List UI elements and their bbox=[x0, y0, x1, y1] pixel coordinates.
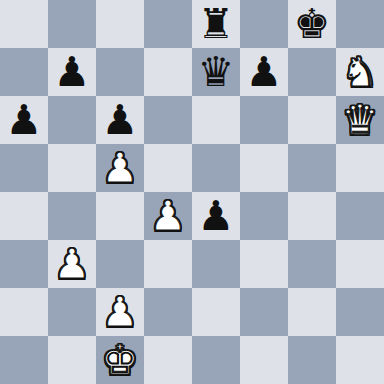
black-king[interactable]: ♚ bbox=[294, 0, 331, 48]
square-e5[interactable] bbox=[192, 144, 240, 192]
black-pawn[interactable]: ♟ bbox=[246, 48, 283, 96]
square-b1[interactable] bbox=[48, 336, 96, 384]
square-a5[interactable] bbox=[0, 144, 48, 192]
square-c7[interactable] bbox=[96, 48, 144, 96]
square-f3[interactable] bbox=[240, 240, 288, 288]
square-h2[interactable] bbox=[336, 288, 384, 336]
square-g7[interactable] bbox=[288, 48, 336, 96]
square-e3[interactable] bbox=[192, 240, 240, 288]
square-d2[interactable] bbox=[144, 288, 192, 336]
square-f6[interactable] bbox=[240, 96, 288, 144]
white-knight[interactable]: ♞ bbox=[342, 48, 379, 96]
black-pawn[interactable]: ♟ bbox=[54, 48, 91, 96]
square-b3[interactable]: ♟ bbox=[48, 240, 96, 288]
square-g4[interactable] bbox=[288, 192, 336, 240]
square-c2[interactable]: ♟ bbox=[96, 288, 144, 336]
square-d7[interactable] bbox=[144, 48, 192, 96]
square-a2[interactable] bbox=[0, 288, 48, 336]
square-e6[interactable] bbox=[192, 96, 240, 144]
square-h8[interactable] bbox=[336, 0, 384, 48]
square-f2[interactable] bbox=[240, 288, 288, 336]
square-b2[interactable] bbox=[48, 288, 96, 336]
square-a7[interactable] bbox=[0, 48, 48, 96]
white-pawn[interactable]: ♟ bbox=[102, 144, 139, 192]
square-d8[interactable] bbox=[144, 0, 192, 48]
square-h5[interactable] bbox=[336, 144, 384, 192]
square-h1[interactable] bbox=[336, 336, 384, 384]
square-c8[interactable] bbox=[96, 0, 144, 48]
square-d6[interactable] bbox=[144, 96, 192, 144]
square-d1[interactable] bbox=[144, 336, 192, 384]
square-d5[interactable] bbox=[144, 144, 192, 192]
square-f5[interactable] bbox=[240, 144, 288, 192]
square-h4[interactable] bbox=[336, 192, 384, 240]
square-b5[interactable] bbox=[48, 144, 96, 192]
square-a6[interactable]: ♟ bbox=[0, 96, 48, 144]
square-h6[interactable]: ♛ bbox=[336, 96, 384, 144]
white-pawn[interactable]: ♟ bbox=[150, 192, 187, 240]
black-rook[interactable]: ♜ bbox=[198, 0, 235, 48]
square-c4[interactable] bbox=[96, 192, 144, 240]
black-pawn[interactable]: ♟ bbox=[198, 192, 235, 240]
square-d3[interactable] bbox=[144, 240, 192, 288]
white-pawn[interactable]: ♟ bbox=[54, 240, 91, 288]
square-f8[interactable] bbox=[240, 0, 288, 48]
square-e1[interactable] bbox=[192, 336, 240, 384]
square-b7[interactable]: ♟ bbox=[48, 48, 96, 96]
square-h7[interactable]: ♞ bbox=[336, 48, 384, 96]
square-g5[interactable] bbox=[288, 144, 336, 192]
square-g1[interactable] bbox=[288, 336, 336, 384]
square-g6[interactable] bbox=[288, 96, 336, 144]
square-f1[interactable] bbox=[240, 336, 288, 384]
square-a3[interactable] bbox=[0, 240, 48, 288]
square-d4[interactable]: ♟ bbox=[144, 192, 192, 240]
black-queen[interactable]: ♛ bbox=[198, 48, 235, 96]
square-g8[interactable]: ♚ bbox=[288, 0, 336, 48]
square-g2[interactable] bbox=[288, 288, 336, 336]
square-g3[interactable] bbox=[288, 240, 336, 288]
square-c5[interactable]: ♟ bbox=[96, 144, 144, 192]
white-queen[interactable]: ♛ bbox=[342, 96, 379, 144]
square-e4[interactable]: ♟ bbox=[192, 192, 240, 240]
white-king[interactable]: ♚ bbox=[102, 336, 139, 384]
square-c1[interactable]: ♚ bbox=[96, 336, 144, 384]
square-f4[interactable] bbox=[240, 192, 288, 240]
chess-board: ♜♚♟♛♟♞♟♟♛♟♟♟♟♟♚ bbox=[0, 0, 384, 384]
square-a8[interactable] bbox=[0, 0, 48, 48]
black-pawn[interactable]: ♟ bbox=[102, 96, 139, 144]
black-pawn[interactable]: ♟ bbox=[6, 96, 43, 144]
square-b8[interactable] bbox=[48, 0, 96, 48]
square-f7[interactable]: ♟ bbox=[240, 48, 288, 96]
square-b4[interactable] bbox=[48, 192, 96, 240]
square-a4[interactable] bbox=[0, 192, 48, 240]
square-c6[interactable]: ♟ bbox=[96, 96, 144, 144]
square-e7[interactable]: ♛ bbox=[192, 48, 240, 96]
white-pawn[interactable]: ♟ bbox=[102, 288, 139, 336]
square-a1[interactable] bbox=[0, 336, 48, 384]
square-c3[interactable] bbox=[96, 240, 144, 288]
square-e2[interactable] bbox=[192, 288, 240, 336]
chess-board-wrapper: ♜♚♟♛♟♞♟♟♛♟♟♟♟♟♚ bbox=[0, 0, 384, 384]
square-h3[interactable] bbox=[336, 240, 384, 288]
square-e8[interactable]: ♜ bbox=[192, 0, 240, 48]
square-b6[interactable] bbox=[48, 96, 96, 144]
